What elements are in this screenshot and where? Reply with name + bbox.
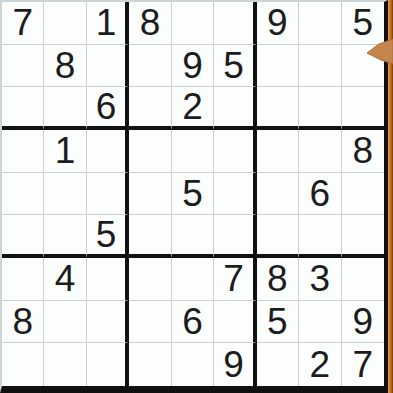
cell-r4c5[interactable] [172,130,214,173]
cell-r5c8[interactable]: 6 [299,173,341,216]
cell-r6c5[interactable] [172,215,214,258]
cell-r3c7[interactable] [257,87,299,130]
cell-r6c3[interactable]: 5 [87,215,129,258]
cell-r8c2[interactable] [44,301,86,344]
cell-r6c2[interactable] [44,215,86,258]
cell-r3c9[interactable] [342,87,384,130]
cell-r7c1[interactable] [2,258,44,301]
cell-r8c4[interactable] [129,301,171,344]
cell-r8c8[interactable] [299,301,341,344]
cell-r3c4[interactable] [129,87,171,130]
sudoku-screen: 71895895621856547838659927 [0,0,393,393]
cell-r1c6[interactable] [214,2,256,45]
cell-r6c7[interactable] [257,215,299,258]
cell-r4c2[interactable]: 1 [44,130,86,173]
cell-r2c4[interactable] [129,45,171,88]
cell-r4c3[interactable] [87,130,129,173]
sudoku-board: 71895895621856547838659927 [0,0,388,393]
cell-r1c8[interactable] [299,2,341,45]
cell-r4c9[interactable]: 8 [342,130,384,173]
cell-r3c5[interactable]: 2 [172,87,214,130]
cell-r1c7[interactable]: 9 [257,2,299,45]
cell-r7c2[interactable]: 4 [44,258,86,301]
cell-r6c4[interactable] [129,215,171,258]
cell-r8c7[interactable]: 5 [257,301,299,344]
cell-r9c4[interactable] [129,343,171,386]
cell-r7c5[interactable] [172,258,214,301]
cell-r3c8[interactable] [299,87,341,130]
cell-r1c3[interactable]: 1 [87,2,129,45]
cell-r6c1[interactable] [2,215,44,258]
cell-r2c6[interactable]: 5 [214,45,256,88]
cell-r7c4[interactable] [129,258,171,301]
cell-r9c5[interactable] [172,343,214,386]
cell-r7c6[interactable]: 7 [214,258,256,301]
cell-r5c3[interactable] [87,173,129,216]
cell-r5c1[interactable] [2,173,44,216]
cell-r6c8[interactable] [299,215,341,258]
cell-r2c7[interactable] [257,45,299,88]
cell-r6c9[interactable] [342,215,384,258]
cell-r1c1[interactable]: 7 [2,2,44,45]
cell-r9c2[interactable] [44,343,86,386]
cell-r2c2[interactable]: 8 [44,45,86,88]
cell-r4c6[interactable] [214,130,256,173]
cell-r2c3[interactable] [87,45,129,88]
cell-r4c7[interactable] [257,130,299,173]
cursor-arrow-icon [366,38,393,65]
cell-r4c8[interactable] [299,130,341,173]
cell-r8c1[interactable]: 8 [2,301,44,344]
cell-r2c5[interactable]: 9 [172,45,214,88]
cell-r8c6[interactable] [214,301,256,344]
cell-r9c1[interactable] [2,343,44,386]
cell-r9c8[interactable]: 2 [299,343,341,386]
cell-r5c7[interactable] [257,173,299,216]
cell-r3c6[interactable] [214,87,256,130]
cell-r8c5[interactable]: 6 [172,301,214,344]
cell-r5c4[interactable] [129,173,171,216]
cell-r7c8[interactable]: 3 [299,258,341,301]
cell-r5c2[interactable] [44,173,86,216]
cell-r9c9[interactable]: 7 [342,343,384,386]
cell-r4c1[interactable] [2,130,44,173]
cell-r3c2[interactable] [44,87,86,130]
cell-r5c5[interactable]: 5 [172,173,214,216]
cell-r1c4[interactable]: 8 [129,2,171,45]
cell-r3c1[interactable] [2,87,44,130]
cell-r8c9[interactable]: 9 [342,301,384,344]
cell-r9c6[interactable]: 9 [214,343,256,386]
cell-r4c4[interactable] [129,130,171,173]
cell-r3c3[interactable]: 6 [87,87,129,130]
cell-r8c3[interactable] [87,301,129,344]
cell-r9c3[interactable] [87,343,129,386]
cell-r7c7[interactable]: 8 [257,258,299,301]
cell-r2c1[interactable] [2,45,44,88]
cell-r1c2[interactable] [44,2,86,45]
cell-r9c7[interactable] [257,343,299,386]
cell-r7c3[interactable] [87,258,129,301]
cell-r1c5[interactable] [172,2,214,45]
cell-r7c9[interactable] [342,258,384,301]
cell-r2c8[interactable] [299,45,341,88]
cell-r5c9[interactable] [342,173,384,216]
cell-r5c6[interactable] [214,173,256,216]
cell-r6c6[interactable] [214,215,256,258]
